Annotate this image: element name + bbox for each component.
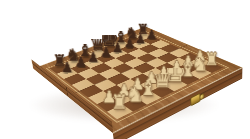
- latch-ring-icon: [199, 93, 204, 101]
- scene: ♜♞♝♛♚♝♞♜♟♟♟♟♟♟♟♟♟♟♟♟♟♟♟♟♜♞♝♛♚♝♞♜: [0, 0, 250, 139]
- square-a4[interactable]: [79, 85, 102, 97]
- chess-board: ♜♞♝♛♚♝♞♜♟♟♟♟♟♟♟♟♟♟♟♟♟♟♟♟♜♞♝♛♚♝♞♜: [33, 26, 242, 133]
- piece-glyph: ♜: [111, 93, 128, 112]
- piece-white-rook-a1[interactable]: ♜: [110, 93, 128, 111]
- brass-latch-icon: [190, 91, 204, 108]
- square-a5[interactable]: [71, 79, 93, 91]
- photo-canvas: ♜♞♝♛♚♝♞♜♟♟♟♟♟♟♟♟♟♟♟♟♟♟♟♟♜♞♝♛♚♝♞♜: [0, 0, 250, 139]
- square-a6[interactable]: [64, 74, 85, 85]
- square-b5[interactable]: [85, 73, 107, 84]
